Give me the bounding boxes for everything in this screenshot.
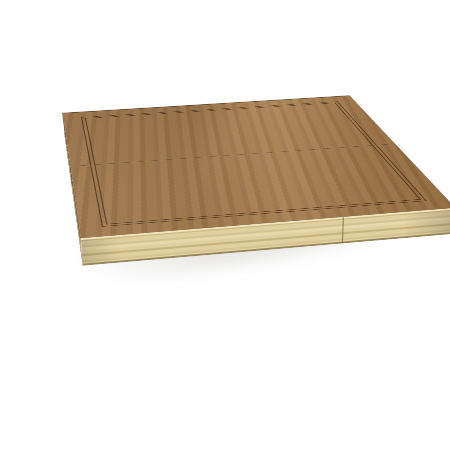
border-frame-inner bbox=[85, 103, 421, 225]
board-back-edge-line bbox=[63, 95, 350, 113]
border-frame-outer bbox=[81, 101, 427, 226]
checkers-board bbox=[63, 95, 450, 237]
front-edge-joint bbox=[342, 217, 344, 244]
board-fold-seam bbox=[73, 144, 394, 167]
photo-background bbox=[0, 0, 450, 450]
